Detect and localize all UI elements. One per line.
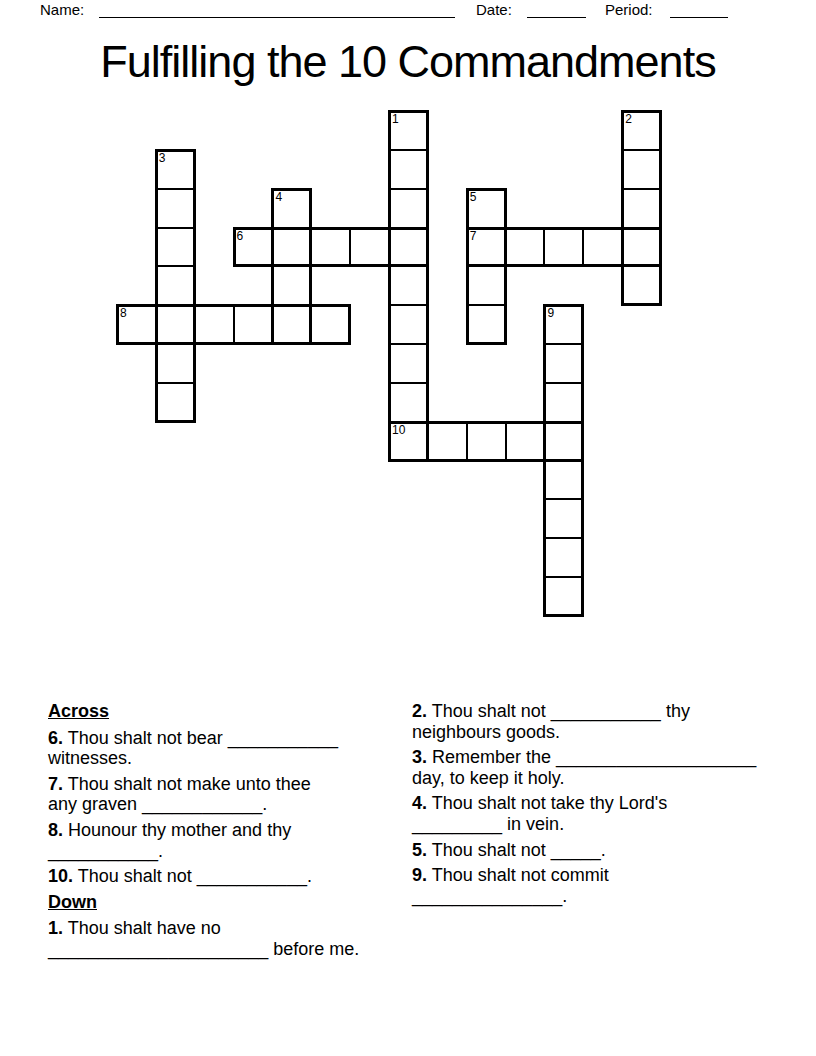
clue-number: 6. [48,728,63,748]
clue-line: 5. Thou shalt not _____. [412,840,784,861]
clue-9: 9. Thou shalt not commit_______________. [412,865,784,906]
grid-cell[interactable]: 2 [621,110,662,151]
clue-6: 6. Thou shalt not bear ___________witnes… [48,728,410,769]
clue-5: 5. Thou shalt not _____. [412,840,784,861]
clue-line: 9. Thou shalt not commit [412,865,784,886]
grid-cell[interactable] [388,149,429,190]
grid-cell[interactable]: 8 [116,304,157,345]
grid-cell[interactable]: 3 [155,149,196,190]
grid-cell[interactable] [543,498,584,539]
clue-number: 7. [48,774,63,794]
grid-cell[interactable] [582,227,623,268]
grid-cell[interactable] [621,227,662,268]
grid-cell[interactable] [155,343,196,384]
grid-cell[interactable] [543,537,584,578]
clue-line: _______________. [412,886,784,907]
grid-cell[interactable] [155,188,196,229]
clue-number: 8. [48,820,63,840]
date-label: Date: [476,1,512,19]
grid-cell[interactable]: 7 [466,227,507,268]
grid-cell[interactable] [155,227,196,268]
clue-line: day, to keep it holy. [412,768,784,789]
clue-number: 10. [48,866,73,886]
clue-line: 10. Thou shalt not ___________. [48,866,410,887]
grid-cell[interactable] [621,265,662,306]
grid-cell[interactable] [543,421,584,462]
clue-line: ______________________ before me. [48,939,410,960]
clue-line: neighbours goods. [412,722,784,743]
clues-left-column: Across6. Thou shalt not bear ___________… [48,701,410,965]
cell-number: 5 [470,191,477,203]
clue-10: 10. Thou shalt not ___________. [48,866,410,887]
clue-line: 6. Thou shalt not bear ___________ [48,728,410,749]
cell-number: 10 [392,424,405,436]
grid-cell[interactable]: 4 [271,188,312,229]
grid-cell[interactable] [271,227,312,268]
clue-line: any graven ____________. [48,794,410,815]
grid-cell[interactable] [466,421,507,462]
grid-cell[interactable] [388,304,429,345]
grid-cell[interactable] [388,227,429,268]
cell-number: 1 [392,113,399,125]
grid-cell[interactable] [155,382,196,423]
clue-8: 8. Hounour thy mother and thy___________… [48,820,410,861]
clue-line: 3. Remember the ____________________ [412,747,784,768]
grid-cell[interactable] [505,227,546,268]
clue-4: 4. Thou shalt not take thy Lord's_______… [412,793,784,834]
grid-cell[interactable]: 6 [233,227,274,268]
clue-number: 1. [48,918,63,938]
grid-cell[interactable] [543,576,584,617]
grid-cell[interactable] [466,304,507,345]
grid-cell[interactable] [349,227,390,268]
grid-cell[interactable] [543,343,584,384]
cell-number: 7 [470,230,477,242]
clue-2: 2. Thou shalt not ___________ thyneighbo… [412,701,784,742]
cell-number: 3 [159,152,166,164]
clue-line: 1. Thou shalt have no [48,918,410,939]
grid-cell[interactable]: 5 [466,188,507,229]
cell-number: 8 [120,307,127,319]
grid-cell[interactable]: 1 [388,110,429,151]
grid-cell[interactable] [388,343,429,384]
down-heading: Down [48,892,410,913]
grid-cell[interactable] [388,188,429,229]
clue-line: 2. Thou shalt not ___________ thy [412,701,784,722]
grid-cell[interactable] [233,304,274,345]
grid-cell[interactable] [427,421,468,462]
grid-cell[interactable] [466,265,507,306]
clue-line: ___________. [48,841,410,862]
grid-cell[interactable] [543,382,584,423]
cell-number: 9 [547,307,554,319]
cell-number: 4 [275,191,282,203]
page-title: Fulfilling the 10 Commandments [0,36,816,88]
grid-cell[interactable] [271,265,312,306]
name-label: Name: [40,1,84,19]
clue-3: 3. Remember the ____________________day,… [412,747,784,788]
clue-7: 7. Thou shalt not make unto theeany grav… [48,774,410,815]
grid-cell[interactable] [194,304,235,345]
clue-line: 8. Hounour thy mother and thy [48,820,410,841]
clue-line: witnesses. [48,748,410,769]
clue-number: 3. [412,747,427,767]
grid-cell[interactable] [155,265,196,306]
clue-number: 4. [412,793,427,813]
cell-number: 6 [237,230,244,242]
clue-number: 2. [412,701,427,721]
grid-cell[interactable] [310,227,351,268]
clue-line: 4. Thou shalt not take thy Lord's [412,793,784,814]
cell-number: 2 [625,113,632,125]
grid-cell[interactable] [505,421,546,462]
clue-number: 9. [412,865,427,885]
grid-cell[interactable]: 10 [388,421,429,462]
grid-cell[interactable] [621,188,662,229]
grid-cell[interactable] [543,227,584,268]
date-blank[interactable] [527,0,586,18]
period-label: Period: [605,1,653,19]
grid-cell[interactable] [388,382,429,423]
grid-cell[interactable] [621,149,662,190]
grid-cell[interactable] [543,460,584,501]
clue-1: 1. Thou shalt have no___________________… [48,918,410,959]
clue-line: 7. Thou shalt not make unto thee [48,774,410,795]
name-blank[interactable] [99,0,455,18]
grid-cell[interactable] [388,265,429,306]
clue-line: _________ in vein. [412,814,784,835]
grid-cell[interactable] [310,304,351,345]
clues-right-column: 2. Thou shalt not ___________ thyneighbo… [412,701,784,911]
crossword-grid: 12345678910 [116,110,663,618]
across-heading: Across [48,701,410,722]
grid-cell[interactable] [271,304,312,345]
grid-cell[interactable] [155,304,196,345]
grid-cell[interactable]: 9 [543,304,584,345]
clue-number: 5. [412,840,427,860]
period-blank[interactable] [670,0,728,18]
